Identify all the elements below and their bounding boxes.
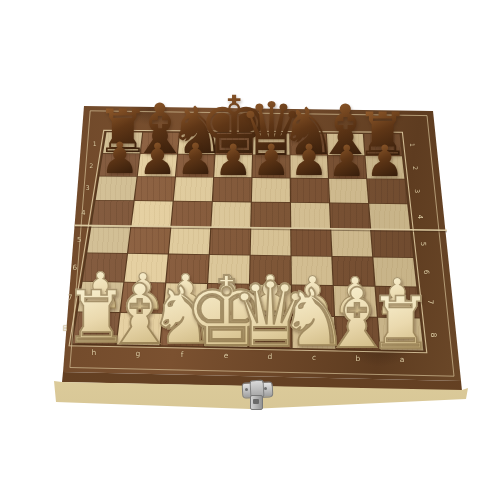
- piece-dark-pawn-e2[interactable]: ♟: [214, 139, 253, 182]
- piece-dark-pawn-c2[interactable]: ♟: [290, 139, 329, 182]
- piece-dark-pawn-a2[interactable]: ♟: [365, 140, 404, 183]
- piece-light-rook-a8[interactable]: ♜: [368, 287, 433, 359]
- clasp-screw-right: [264, 387, 267, 390]
- piece-dark-pawn-g2[interactable]: ♟: [138, 138, 177, 181]
- chess-set-photo: 1122334455667788hgfedcba ♜♝♞♚♛♞♝♜♟♟♟♟♟♟♟…: [0, 0, 500, 500]
- clasp-hole: [253, 399, 259, 404]
- piece-dark-pawn-h2[interactable]: ♟: [100, 137, 139, 180]
- piece-dark-pawn-f2[interactable]: ♟: [176, 138, 215, 181]
- clasp-screw-left: [245, 388, 248, 391]
- piece-dark-pawn-b2[interactable]: ♟: [328, 140, 367, 183]
- piece-dark-pawn-d2[interactable]: ♟: [252, 139, 291, 182]
